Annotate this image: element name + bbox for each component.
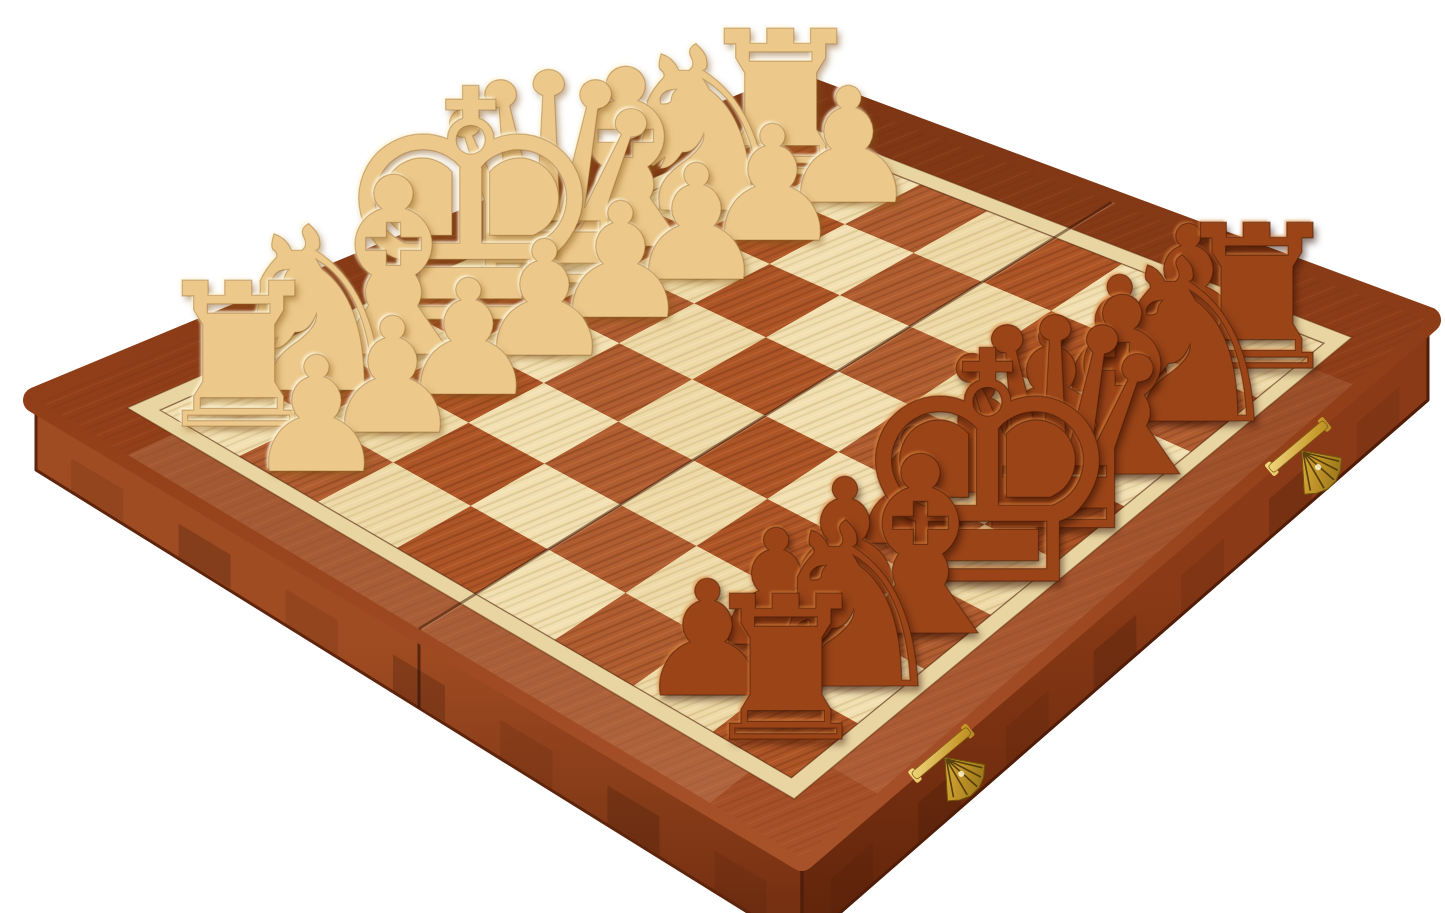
- product-photo-canvas: ♜♞♝♛♚♝♞♜♟♟♟♟♟♟♟♟♟♟♟♟♟♟♟♟♜♞♝♛♚♝♞♜: [0, 0, 1445, 913]
- chessboard: [0, 0, 1445, 913]
